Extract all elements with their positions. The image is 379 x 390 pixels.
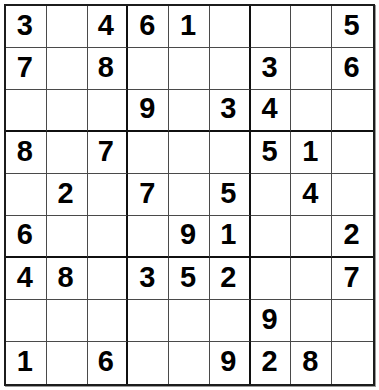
cell-r4c3[interactable]: 7 [88,132,129,174]
cell-r5c3[interactable] [88,174,129,216]
cell-r9c6[interactable]: 9 [210,342,251,384]
cell-r4c7[interactable]: 5 [251,132,292,174]
cell-r2c7[interactable]: 3 [251,48,292,90]
cell-r6c2[interactable] [47,216,88,258]
cell-r2c8[interactable] [291,48,332,90]
cell-r3c2[interactable] [47,90,88,132]
cell-r4c4[interactable] [128,132,169,174]
cell-r2c3[interactable]: 8 [88,48,129,90]
cell-r8c7[interactable]: 9 [251,300,292,342]
cell-r6c7[interactable] [251,216,292,258]
cell-r1c4[interactable]: 6 [128,6,169,48]
cell-r9c4[interactable] [128,342,169,384]
cell-r7c2[interactable]: 8 [47,258,88,300]
cell-r2c4[interactable] [128,48,169,90]
cell-r8c8[interactable] [291,300,332,342]
cell-r7c7[interactable] [251,258,292,300]
cell-r5c2[interactable]: 2 [47,174,88,216]
cell-r6c4[interactable] [128,216,169,258]
cell-r2c2[interactable] [47,48,88,90]
cell-r4c9[interactable] [332,132,373,174]
cell-r4c1[interactable]: 8 [6,132,47,174]
cell-r8c5[interactable] [169,300,210,342]
cell-r2c6[interactable] [210,48,251,90]
cell-r1c7[interactable] [251,6,292,48]
sudoku-board: 346157836934875127546912483527916928 [4,4,375,386]
cell-r7c6[interactable]: 2 [210,258,251,300]
cell-r9c1[interactable]: 1 [6,342,47,384]
cell-r3c4[interactable]: 9 [128,90,169,132]
cell-r9c5[interactable] [169,342,210,384]
cell-r3c5[interactable] [169,90,210,132]
cell-r5c5[interactable] [169,174,210,216]
cell-r8c1[interactable] [6,300,47,342]
cell-r6c1[interactable]: 6 [6,216,47,258]
cell-r3c8[interactable] [291,90,332,132]
cell-r6c3[interactable] [88,216,129,258]
cell-r2c9[interactable]: 6 [332,48,373,90]
cell-r8c9[interactable] [332,300,373,342]
cell-r5c9[interactable] [332,174,373,216]
cell-r1c9[interactable]: 5 [332,6,373,48]
cell-r2c1[interactable]: 7 [6,48,47,90]
cell-r3c1[interactable] [6,90,47,132]
cell-r1c6[interactable] [210,6,251,48]
cell-r4c6[interactable] [210,132,251,174]
cell-r1c5[interactable]: 1 [169,6,210,48]
cell-r9c7[interactable]: 2 [251,342,292,384]
cell-r3c7[interactable]: 4 [251,90,292,132]
cell-r3c9[interactable] [332,90,373,132]
cell-r4c2[interactable] [47,132,88,174]
cell-r9c2[interactable] [47,342,88,384]
cell-r5c4[interactable]: 7 [128,174,169,216]
cell-r5c7[interactable] [251,174,292,216]
cell-r7c4[interactable]: 3 [128,258,169,300]
cell-r8c2[interactable] [47,300,88,342]
cell-r7c9[interactable]: 7 [332,258,373,300]
cell-r2c5[interactable] [169,48,210,90]
cell-r9c8[interactable]: 8 [291,342,332,384]
cell-r5c6[interactable]: 5 [210,174,251,216]
cell-r8c4[interactable] [128,300,169,342]
cell-r1c1[interactable]: 3 [6,6,47,48]
sudoku-grid: 346157836934875127546912483527916928 [6,6,373,384]
cell-r1c2[interactable] [47,6,88,48]
cell-r9c3[interactable]: 6 [88,342,129,384]
cell-r3c6[interactable]: 3 [210,90,251,132]
cell-r7c1[interactable]: 4 [6,258,47,300]
cell-r3c3[interactable] [88,90,129,132]
cell-r8c6[interactable] [210,300,251,342]
cell-r9c9[interactable] [332,342,373,384]
cell-r7c3[interactable] [88,258,129,300]
cell-r6c5[interactable]: 9 [169,216,210,258]
cell-r8c3[interactable] [88,300,129,342]
cell-r4c8[interactable]: 1 [291,132,332,174]
cell-r4c5[interactable] [169,132,210,174]
cell-r6c6[interactable]: 1 [210,216,251,258]
cell-r6c9[interactable]: 2 [332,216,373,258]
cell-r7c5[interactable]: 5 [169,258,210,300]
cell-r1c8[interactable] [291,6,332,48]
cell-r7c8[interactable] [291,258,332,300]
cell-r5c1[interactable] [6,174,47,216]
cell-r6c8[interactable] [291,216,332,258]
cell-r5c8[interactable]: 4 [291,174,332,216]
cell-r1c3[interactable]: 4 [88,6,129,48]
